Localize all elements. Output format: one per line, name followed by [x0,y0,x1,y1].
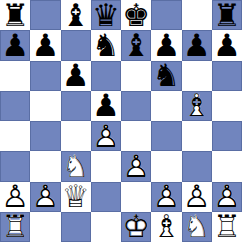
chess-board: ♜♝♛♚♜♟♟♞♝♟♟♟♟♞♟♝♗♟♙♞♘♟♙♟♙♟♙♛♕♟♙♟♙♟♙♜♖♚♔♝… [0,0,242,242]
square-b3[interactable] [30,151,60,181]
square-a8[interactable]: ♜ [0,0,30,30]
square-b6[interactable] [30,61,60,91]
square-d7[interactable]: ♞ [91,30,121,60]
piece-black-rook: ♜ [212,0,242,30]
black-bishop-glyph: ♝ [121,30,151,60]
square-a2[interactable]: ♟♙ [0,182,30,212]
piece-white-queen: ♛♕ [61,182,91,212]
square-f7[interactable]: ♟ [151,30,181,60]
square-f3[interactable] [151,151,181,181]
piece-black-queen: ♛ [91,0,121,30]
square-d8[interactable]: ♛ [91,0,121,30]
square-b4[interactable] [30,121,60,151]
black-pawn-glyph: ♟ [151,30,181,60]
black-pawn-glyph: ♟ [30,30,60,60]
square-h1[interactable]: ♜♖ [212,212,242,242]
square-a4[interactable] [0,121,30,151]
square-e4[interactable] [121,121,151,151]
white-pawn-outline: ♙ [151,182,181,212]
piece-white-pawn: ♟♙ [91,121,121,151]
white-queen-outline: ♕ [61,182,91,212]
square-f5[interactable] [151,91,181,121]
square-g6[interactable] [182,61,212,91]
square-g5[interactable]: ♝♗ [182,91,212,121]
square-h8[interactable]: ♜ [212,0,242,30]
piece-white-bishop: ♝♗ [182,91,212,121]
square-a6[interactable] [0,61,30,91]
white-knight-outline: ♘ [182,212,212,242]
black-bishop-glyph: ♝ [61,0,91,30]
piece-white-king: ♚♔ [121,212,151,242]
square-g2[interactable]: ♟♙ [182,182,212,212]
square-d6[interactable] [91,61,121,91]
square-e5[interactable] [121,91,151,121]
square-d3[interactable] [91,151,121,181]
piece-black-pawn: ♟ [212,30,242,60]
piece-white-pawn: ♟♙ [121,151,151,181]
square-f1[interactable]: ♝♗ [151,212,181,242]
square-e2[interactable] [121,182,151,212]
square-h3[interactable] [212,151,242,181]
white-pawn-outline: ♙ [0,182,30,212]
square-c1[interactable] [61,212,91,242]
square-g7[interactable]: ♟ [182,30,212,60]
black-pawn-glyph: ♟ [61,61,91,91]
white-pawn-outline: ♙ [212,182,242,212]
square-b1[interactable] [30,212,60,242]
square-e6[interactable] [121,61,151,91]
white-bishop-outline: ♗ [182,91,212,121]
square-f4[interactable] [151,121,181,151]
piece-black-pawn: ♟ [91,91,121,121]
black-pawn-glyph: ♟ [91,91,121,121]
square-h2[interactable]: ♟♙ [212,182,242,212]
black-rook-glyph: ♜ [0,0,30,30]
black-rook-glyph: ♜ [212,0,242,30]
square-b2[interactable]: ♟♙ [30,182,60,212]
black-queen-glyph: ♛ [91,0,121,30]
square-g8[interactable] [182,0,212,30]
square-h7[interactable]: ♟ [212,30,242,60]
square-f2[interactable]: ♟♙ [151,182,181,212]
square-b5[interactable] [30,91,60,121]
white-knight-outline: ♘ [61,151,91,181]
square-e8[interactable]: ♚ [121,0,151,30]
piece-white-pawn: ♟♙ [151,182,181,212]
piece-black-pawn: ♟ [151,30,181,60]
square-g1[interactable]: ♞♘ [182,212,212,242]
piece-white-rook: ♜♖ [0,212,30,242]
square-d4[interactable]: ♟♙ [91,121,121,151]
square-h5[interactable] [212,91,242,121]
piece-black-pawn: ♟ [182,30,212,60]
piece-white-knight: ♞♘ [61,151,91,181]
square-a5[interactable] [0,91,30,121]
piece-white-pawn: ♟♙ [182,182,212,212]
piece-black-knight: ♞ [151,61,181,91]
square-c4[interactable] [61,121,91,151]
square-e7[interactable]: ♝ [121,30,151,60]
piece-black-bishop: ♝ [121,30,151,60]
black-king-glyph: ♚ [121,0,151,30]
square-c3[interactable]: ♞♘ [61,151,91,181]
square-f8[interactable] [151,0,181,30]
white-pawn-outline: ♙ [182,182,212,212]
square-e1[interactable]: ♚♔ [121,212,151,242]
piece-white-pawn: ♟♙ [30,182,60,212]
white-rook-outline: ♖ [0,212,30,242]
square-g3[interactable] [182,151,212,181]
piece-white-rook: ♜♖ [212,212,242,242]
piece-black-rook: ♜ [0,0,30,30]
piece-white-bishop: ♝♗ [151,212,181,242]
square-d1[interactable] [91,212,121,242]
white-king-outline: ♔ [121,212,151,242]
square-b8[interactable] [30,0,60,30]
square-g4[interactable] [182,121,212,151]
square-c2[interactable]: ♛♕ [61,182,91,212]
black-knight-glyph: ♞ [91,30,121,60]
piece-black-knight: ♞ [91,30,121,60]
square-c7[interactable] [61,30,91,60]
square-h6[interactable] [212,61,242,91]
square-c8[interactable]: ♝ [61,0,91,30]
black-pawn-glyph: ♟ [182,30,212,60]
white-pawn-outline: ♙ [30,182,60,212]
black-knight-glyph: ♞ [151,61,181,91]
piece-white-knight: ♞♘ [182,212,212,242]
square-d2[interactable] [91,182,121,212]
square-f6[interactable]: ♞ [151,61,181,91]
square-d5[interactable]: ♟ [91,91,121,121]
white-rook-outline: ♖ [212,212,242,242]
piece-black-pawn: ♟ [0,30,30,60]
square-e3[interactable]: ♟♙ [121,151,151,181]
piece-black-pawn: ♟ [30,30,60,60]
white-pawn-outline: ♙ [121,151,151,181]
white-bishop-outline: ♗ [151,212,181,242]
square-a1[interactable]: ♜♖ [0,212,30,242]
black-pawn-glyph: ♟ [212,30,242,60]
black-pawn-glyph: ♟ [0,30,30,60]
white-pawn-outline: ♙ [91,121,121,151]
square-b7[interactable]: ♟ [30,30,60,60]
square-c5[interactable] [61,91,91,121]
square-h4[interactable] [212,121,242,151]
square-a7[interactable]: ♟ [0,30,30,60]
square-c6[interactable]: ♟ [61,61,91,91]
square-a3[interactable] [0,151,30,181]
piece-white-pawn: ♟♙ [0,182,30,212]
piece-white-pawn: ♟♙ [212,182,242,212]
piece-black-pawn: ♟ [61,61,91,91]
piece-black-king: ♚ [121,0,151,30]
piece-black-bishop: ♝ [61,0,91,30]
